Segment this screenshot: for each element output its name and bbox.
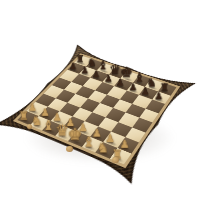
chess-board: ♜♞♝♛♚♝♞♜♟♟♟♟♟♟♟♟♟♟♟♟♟♟♟♟♜♞♝♛♚♝♞♜ <box>0 44 198 187</box>
photo-scene: ♜♞♝♛♚♝♞♜♟♟♟♟♟♟♟♟♟♟♟♟♟♟♟♟♜♞♝♛♚♝♞♜ <box>0 0 200 200</box>
black-pawn-piece: ♟ <box>129 82 138 92</box>
black-pawn-piece: ♟ <box>69 62 77 71</box>
white-knight-piece: ♞ <box>97 141 109 154</box>
black-pawn-piece: ♟ <box>154 91 163 101</box>
black-pawn-piece: ♟ <box>81 66 89 75</box>
white-pawn-piece: ♟ <box>29 102 38 112</box>
board-foot <box>112 157 119 163</box>
board-foot <box>27 124 32 129</box>
white-bishop-piece: ♝ <box>43 119 55 132</box>
chess-set-photo: ♜♞♝♛♚♝♞♜♟♟♟♟♟♟♟♟♟♟♟♟♟♟♟♟♜♞♝♛♚♝♞♜ <box>0 0 200 200</box>
board-foot <box>66 146 73 152</box>
white-knight-piece: ♞ <box>31 114 42 127</box>
black-pawn-piece: ♟ <box>104 74 113 84</box>
black-pawn-piece: ♟ <box>116 78 125 88</box>
white-bishop-piece: ♝ <box>83 135 95 149</box>
white-king-piece: ♚ <box>68 127 83 143</box>
black-pawn-piece: ♟ <box>141 87 150 97</box>
white-rook-piece: ♜ <box>19 110 29 121</box>
black-rook-piece: ♜ <box>76 54 85 64</box>
black-pawn-piece: ♟ <box>92 70 100 79</box>
